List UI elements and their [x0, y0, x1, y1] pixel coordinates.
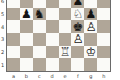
square-c4[interactable]	[33, 20, 46, 33]
square-g4[interactable]: ♙	[84, 20, 97, 33]
square-g5[interactable]: ♟	[84, 8, 97, 21]
piece-black-knight[interactable]: ♞	[34, 8, 45, 20]
square-g1[interactable]	[84, 58, 97, 71]
square-f4[interactable]: ♚	[71, 20, 84, 33]
square-h4[interactable]	[97, 20, 110, 33]
square-d3[interactable]	[46, 33, 59, 46]
square-h3[interactable]	[97, 33, 110, 46]
piece-white-pawn[interactable]: ♙	[85, 20, 96, 32]
file-label-h: h	[102, 73, 105, 78]
piece-black-king[interactable]: ♚	[73, 20, 84, 32]
square-h1[interactable]	[97, 58, 110, 71]
square-e5[interactable]	[59, 8, 72, 21]
square-e6[interactable]	[59, 0, 72, 8]
file-label-d: d	[51, 73, 54, 78]
square-c6[interactable]	[33, 0, 46, 8]
file-label-e: e	[64, 73, 67, 78]
file-labels: abcdefgh	[0, 71, 120, 80]
square-f1[interactable]	[71, 58, 84, 71]
square-b3[interactable]	[20, 33, 33, 46]
square-e4[interactable]	[59, 20, 72, 33]
square-h6[interactable]	[97, 0, 110, 8]
square-c2[interactable]	[33, 46, 46, 59]
square-a1[interactable]	[7, 58, 20, 71]
file-label-c: c	[38, 73, 41, 78]
rank-label-2: 2	[1, 49, 4, 54]
square-f2[interactable]	[71, 46, 84, 59]
square-d1[interactable]	[46, 58, 59, 71]
square-h2[interactable]	[97, 46, 110, 59]
square-f6[interactable]: ♟	[71, 0, 84, 8]
rank-label-4: 4	[1, 24, 4, 29]
square-c3[interactable]	[33, 33, 46, 46]
square-b1[interactable]	[20, 58, 33, 71]
square-a4[interactable]	[7, 20, 20, 33]
chess-diagram: ♟♟♞♘♟♚♙♙♖♔ 654321 abcdefgh	[0, 0, 120, 80]
square-f5[interactable]: ♘	[71, 8, 84, 21]
square-g2[interactable]: ♔	[84, 46, 97, 59]
square-b2[interactable]	[20, 46, 33, 59]
square-c5[interactable]: ♞	[33, 8, 46, 21]
file-label-a: a	[12, 73, 15, 78]
square-f3[interactable]: ♙	[71, 33, 84, 46]
square-d5[interactable]	[46, 8, 59, 21]
file-label-f: f	[77, 73, 79, 78]
square-b5[interactable]: ♟	[20, 8, 33, 21]
file-label-b: b	[25, 73, 28, 78]
square-b6[interactable]	[20, 0, 33, 8]
piece-white-knight[interactable]: ♘	[73, 8, 84, 20]
square-a6[interactable]	[7, 0, 20, 8]
square-g6[interactable]	[84, 0, 97, 8]
piece-black-pawn[interactable]: ♟	[73, 0, 84, 7]
square-g3[interactable]	[84, 33, 97, 46]
piece-white-king[interactable]: ♔	[85, 46, 96, 58]
file-label-g: g	[89, 73, 92, 78]
square-d2[interactable]	[46, 46, 59, 59]
square-b4[interactable]	[20, 20, 33, 33]
rank-label-5: 5	[1, 11, 4, 16]
square-a5[interactable]	[7, 8, 20, 21]
square-c1[interactable]	[33, 58, 46, 71]
square-d6[interactable]	[46, 0, 59, 8]
piece-white-rook[interactable]: ♖	[60, 46, 71, 58]
rank-labels: 654321	[0, 0, 6, 80]
square-h5[interactable]	[97, 8, 110, 21]
square-d4[interactable]	[46, 20, 59, 33]
piece-black-pawn[interactable]: ♟	[85, 8, 96, 20]
chess-board: ♟♟♞♘♟♚♙♙♖♔	[6, 0, 111, 72]
piece-white-pawn[interactable]: ♙	[73, 33, 84, 45]
square-a3[interactable]	[7, 33, 20, 46]
square-e3[interactable]	[59, 33, 72, 46]
rank-label-3: 3	[1, 37, 4, 42]
rank-label-6: 6	[1, 0, 4, 4]
rank-label-1: 1	[1, 62, 4, 67]
square-e1[interactable]	[59, 58, 72, 71]
square-e2[interactable]: ♖	[59, 46, 72, 59]
square-a2[interactable]	[7, 46, 20, 59]
piece-black-pawn[interactable]: ♟	[21, 8, 32, 20]
